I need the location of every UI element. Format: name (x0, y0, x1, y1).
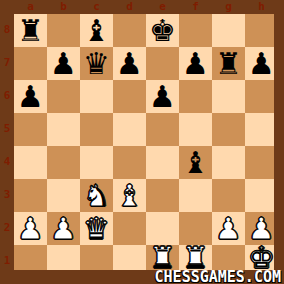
black-bishop: ♝ (182, 148, 209, 178)
square-e6[interactable]: ♟ (146, 80, 179, 113)
black-queen: ♛ (83, 49, 110, 79)
square-c3[interactable]: ♞ (80, 179, 113, 212)
square-g2[interactable]: ♟ (212, 212, 245, 245)
file-label-c: c (80, 0, 113, 14)
square-a4[interactable] (14, 146, 47, 179)
chess-board-frame: a b c d e f g h 8 7 6 5 4 3 2 1 ♜♝♚♟♛♟♟♜… (0, 0, 284, 284)
black-rook: ♜ (215, 49, 242, 79)
square-a6[interactable]: ♟ (14, 80, 47, 113)
black-pawn: ♟ (149, 82, 176, 112)
white-knight: ♞ (83, 181, 110, 211)
file-label-b: b (47, 0, 80, 14)
square-e7[interactable] (146, 47, 179, 80)
rank-label-4: 4 (0, 146, 14, 179)
black-pawn: ♟ (248, 49, 275, 79)
rank-labels: 8 7 6 5 4 3 2 1 (0, 14, 14, 278)
rank-label-2: 2 (0, 212, 14, 245)
white-pawn: ♟ (215, 214, 242, 244)
square-a8[interactable]: ♜ (14, 14, 47, 47)
square-b8[interactable] (47, 14, 80, 47)
file-labels: a b c d e f g h (14, 0, 278, 14)
square-a5[interactable] (14, 113, 47, 146)
square-f6[interactable] (179, 80, 212, 113)
square-d7[interactable]: ♟ (113, 47, 146, 80)
square-c4[interactable] (80, 146, 113, 179)
square-b4[interactable] (47, 146, 80, 179)
square-g7[interactable]: ♜ (212, 47, 245, 80)
square-b3[interactable] (47, 179, 80, 212)
file-label-a: a (14, 0, 47, 14)
square-d6[interactable] (113, 80, 146, 113)
square-d8[interactable] (113, 14, 146, 47)
white-pawn: ♟ (17, 214, 44, 244)
square-b6[interactable] (47, 80, 80, 113)
white-queen: ♛ (83, 214, 110, 244)
rank-label-6: 6 (0, 80, 14, 113)
black-pawn: ♟ (182, 49, 209, 79)
file-label-g: g (212, 0, 245, 14)
board-border-right (274, 0, 284, 284)
white-pawn: ♟ (248, 214, 275, 244)
white-pawn: ♟ (50, 214, 77, 244)
black-pawn: ♟ (17, 82, 44, 112)
file-label-d: d (113, 0, 146, 14)
square-c5[interactable] (80, 113, 113, 146)
site-label: CHESSGAMES.COM (155, 270, 281, 284)
square-d2[interactable] (113, 212, 146, 245)
rank-label-8: 8 (0, 14, 14, 47)
square-d4[interactable] (113, 146, 146, 179)
board-grid: ♜♝♚♟♛♟♟♜♟♟♟♝♞♝♟♟♛♟♟♜♜♚ (14, 14, 278, 278)
square-c6[interactable] (80, 80, 113, 113)
rank-label-3: 3 (0, 179, 14, 212)
square-b2[interactable]: ♟ (47, 212, 80, 245)
square-c8[interactable]: ♝ (80, 14, 113, 47)
square-f7[interactable]: ♟ (179, 47, 212, 80)
square-a3[interactable] (14, 179, 47, 212)
square-c7[interactable]: ♛ (80, 47, 113, 80)
black-pawn: ♟ (116, 49, 143, 79)
square-f4[interactable]: ♝ (179, 146, 212, 179)
square-g5[interactable] (212, 113, 245, 146)
black-rook: ♜ (17, 16, 44, 46)
square-f8[interactable] (179, 14, 212, 47)
square-b7[interactable]: ♟ (47, 47, 80, 80)
file-label-e: e (146, 0, 179, 14)
black-bishop: ♝ (83, 16, 110, 46)
square-b5[interactable] (47, 113, 80, 146)
square-d5[interactable] (113, 113, 146, 146)
square-g8[interactable] (212, 14, 245, 47)
square-f5[interactable] (179, 113, 212, 146)
file-label-f: f (179, 0, 212, 14)
black-king: ♚ (149, 16, 176, 46)
rank-label-7: 7 (0, 47, 14, 80)
square-g3[interactable] (212, 179, 245, 212)
square-a7[interactable] (14, 47, 47, 80)
black-pawn: ♟ (50, 49, 77, 79)
square-f3[interactable] (179, 179, 212, 212)
square-e3[interactable] (146, 179, 179, 212)
square-c2[interactable]: ♛ (80, 212, 113, 245)
square-e8[interactable]: ♚ (146, 14, 179, 47)
square-g4[interactable] (212, 146, 245, 179)
square-e5[interactable] (146, 113, 179, 146)
square-d3[interactable]: ♝ (113, 179, 146, 212)
square-a2[interactable]: ♟ (14, 212, 47, 245)
square-e4[interactable] (146, 146, 179, 179)
square-g6[interactable] (212, 80, 245, 113)
white-bishop: ♝ (116, 181, 143, 211)
rank-label-5: 5 (0, 113, 14, 146)
